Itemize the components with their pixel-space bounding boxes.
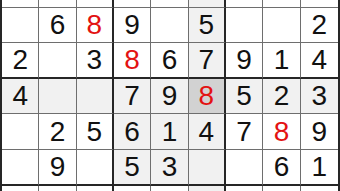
cell-r5c9[interactable]: 9 <box>301 114 338 150</box>
cell-r3c8[interactable]: 1 <box>263 43 300 79</box>
cell-r3c4[interactable]: 8 <box>114 43 151 79</box>
cell-r4c5[interactable]: 9 <box>151 79 188 115</box>
cell-r3c2[interactable] <box>39 43 76 79</box>
cell-r7c6[interactable] <box>189 186 226 191</box>
cell-r6c5[interactable]: 3 <box>151 150 188 186</box>
cell-r6c4[interactable]: 5 <box>114 150 151 186</box>
cell-r7c7[interactable] <box>226 186 263 191</box>
cell-r5c4[interactable]: 6 <box>114 114 151 150</box>
cell-r1c1[interactable] <box>2 0 39 8</box>
cell-r3c9[interactable]: 4 <box>301 43 338 79</box>
cell-r7c8[interactable] <box>263 186 300 191</box>
cell-r5c7[interactable]: 7 <box>226 114 263 150</box>
cell-r6c6[interactable] <box>189 150 226 186</box>
cell-r5c1[interactable] <box>2 114 39 150</box>
cell-r3c1[interactable]: 2 <box>2 43 39 79</box>
cell-r7c5[interactable] <box>151 186 188 191</box>
cell-r2c9[interactable]: 2 <box>301 8 338 44</box>
cell-r7c3[interactable] <box>77 186 114 191</box>
cell-r2c2[interactable]: 6 <box>39 8 76 44</box>
cell-r6c9[interactable]: 1 <box>301 150 338 186</box>
cell-r1c3[interactable] <box>77 0 114 8</box>
cell-r2c1[interactable] <box>2 8 39 44</box>
cell-r4c7[interactable]: 5 <box>226 79 263 115</box>
cell-r6c7[interactable] <box>226 150 263 186</box>
cell-r5c2[interactable]: 2 <box>39 114 76 150</box>
cell-r4c3[interactable] <box>77 79 114 115</box>
cell-r3c3[interactable]: 3 <box>77 43 114 79</box>
cell-r2c6[interactable]: 5 <box>189 8 226 44</box>
cell-r5c6[interactable]: 4 <box>189 114 226 150</box>
cell-r6c3[interactable] <box>77 150 114 186</box>
cell-r5c3[interactable]: 5 <box>77 114 114 150</box>
cell-r4c4[interactable]: 7 <box>114 79 151 115</box>
cell-r4c9[interactable]: 3 <box>301 79 338 115</box>
cell-r3c5[interactable]: 6 <box>151 43 188 79</box>
cell-r1c8[interactable] <box>263 0 300 8</box>
cell-r1c7[interactable] <box>226 0 263 8</box>
cell-r4c6[interactable]: 8 <box>189 79 226 115</box>
cell-r7c4[interactable] <box>114 186 151 191</box>
cell-r1c6[interactable] <box>189 0 226 8</box>
cell-r1c9[interactable] <box>301 0 338 8</box>
cell-r1c5[interactable] <box>151 0 188 8</box>
cell-r2c8[interactable] <box>263 8 300 44</box>
cell-r6c8[interactable]: 6 <box>263 150 300 186</box>
cell-r3c7[interactable]: 9 <box>226 43 263 79</box>
cell-r7c1[interactable] <box>2 186 39 191</box>
cell-r2c4[interactable]: 9 <box>114 8 151 44</box>
cell-r3c6[interactable]: 7 <box>189 43 226 79</box>
cell-r4c2[interactable] <box>39 79 76 115</box>
cell-r2c3[interactable]: 8 <box>77 8 114 44</box>
cell-r1c4[interactable] <box>114 0 151 8</box>
sudoku-board: 689522386791447985232561478995361 <box>0 0 340 191</box>
cell-r2c7[interactable] <box>226 8 263 44</box>
cell-r2c5[interactable] <box>151 8 188 44</box>
board-viewport: 689522386791447985232561478995361 <box>0 0 340 191</box>
cell-r7c2[interactable] <box>39 186 76 191</box>
cell-r4c1[interactable]: 4 <box>2 79 39 115</box>
cell-r5c5[interactable]: 1 <box>151 114 188 150</box>
cell-r5c8[interactable]: 8 <box>263 114 300 150</box>
cell-r7c9[interactable] <box>301 186 338 191</box>
cell-r1c2[interactable] <box>39 0 76 8</box>
cell-r4c8[interactable]: 2 <box>263 79 300 115</box>
cell-r6c1[interactable] <box>2 150 39 186</box>
cell-r6c2[interactable]: 9 <box>39 150 76 186</box>
